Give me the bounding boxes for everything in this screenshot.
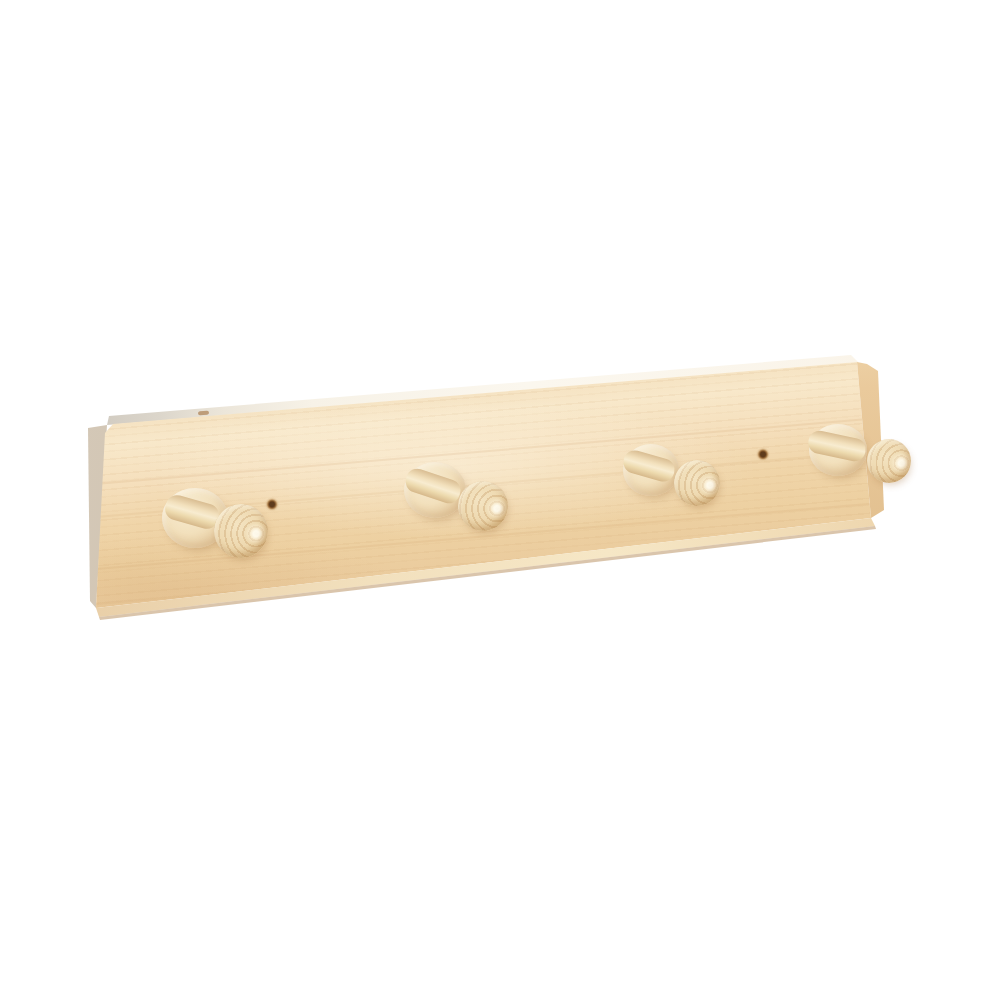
peg-rail-board: [88, 355, 888, 621]
screw-hole-2: [755, 447, 771, 463]
product-photo-canvas: [0, 0, 1000, 1000]
wood-grain-streak: [73, 448, 902, 520]
board-front-face: [88, 355, 888, 621]
screw-hole-1: [264, 497, 280, 513]
wood-grain-streak: [73, 415, 902, 487]
